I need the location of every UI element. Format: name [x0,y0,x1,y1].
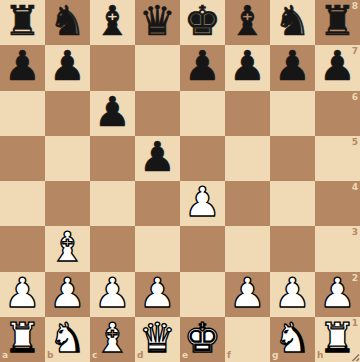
file-label-c: c [92,351,97,360]
square-f4[interactable] [225,181,270,226]
square-h6[interactable]: 6 [315,91,360,136]
square-f1[interactable]: f [225,317,270,362]
square-d8[interactable]: ♛ [135,0,180,45]
white-knight[interactable]: ♞ [49,318,86,359]
white-pawn[interactable]: ♟ [184,182,221,223]
black-pawn[interactable]: ♟ [94,92,131,133]
square-b5[interactable] [45,136,90,181]
square-g5[interactable] [270,136,315,181]
square-e3[interactable] [180,226,225,271]
square-g7[interactable]: ♟ [270,45,315,90]
rank-label-7: 7 [352,47,358,56]
black-queen[interactable]: ♛ [139,1,176,42]
white-pawn[interactable]: ♟ [319,273,356,314]
square-a2[interactable]: ♟ [0,272,45,317]
rank-label-3: 3 [352,228,358,237]
square-a5[interactable] [0,136,45,181]
square-a3[interactable] [0,226,45,271]
square-h8[interactable]: ♜8 [315,0,360,45]
square-h5[interactable]: 5 [315,136,360,181]
black-knight[interactable]: ♞ [274,1,311,42]
square-e5[interactable] [180,136,225,181]
square-f3[interactable] [225,226,270,271]
square-f8[interactable]: ♝ [225,0,270,45]
square-a1[interactable]: ♜a [0,317,45,362]
square-h7[interactable]: ♟7 [315,45,360,90]
square-d3[interactable] [135,226,180,271]
square-b1[interactable]: ♞b [45,317,90,362]
square-a7[interactable]: ♟ [0,45,45,90]
rank-label-4: 4 [352,183,358,192]
file-label-a: a [2,351,8,360]
square-b8[interactable]: ♞ [45,0,90,45]
white-bishop[interactable]: ♝ [49,227,86,268]
square-e8[interactable]: ♚ [180,0,225,45]
white-pawn[interactable]: ♟ [49,273,86,314]
black-rook[interactable]: ♜ [4,1,41,42]
square-e1[interactable]: ♚e [180,317,225,362]
white-pawn[interactable]: ♟ [94,273,131,314]
square-d5[interactable]: ♟ [135,136,180,181]
square-c1[interactable]: ♝c [90,317,135,362]
rank-label-6: 6 [352,93,358,102]
white-pawn[interactable]: ♟ [274,273,311,314]
file-label-g: g [272,351,278,360]
rank-label-5: 5 [352,138,358,147]
square-h2[interactable]: ♟2 [315,272,360,317]
black-pawn[interactable]: ♟ [139,137,176,178]
file-label-e: e [182,351,188,360]
square-g3[interactable] [270,226,315,271]
white-queen[interactable]: ♛ [139,318,176,359]
square-c2[interactable]: ♟ [90,272,135,317]
black-pawn[interactable]: ♟ [319,46,356,87]
black-rook[interactable]: ♜ [319,1,356,42]
square-d2[interactable]: ♟ [135,272,180,317]
square-a4[interactable] [0,181,45,226]
square-g2[interactable]: ♟ [270,272,315,317]
white-bishop[interactable]: ♝ [94,318,131,359]
square-a6[interactable] [0,91,45,136]
black-bishop[interactable]: ♝ [94,1,131,42]
square-c8[interactable]: ♝ [90,0,135,45]
square-e7[interactable]: ♟ [180,45,225,90]
square-c5[interactable] [90,136,135,181]
black-pawn[interactable]: ♟ [184,46,221,87]
file-label-d: d [137,351,143,360]
square-b7[interactable]: ♟ [45,45,90,90]
square-b4[interactable] [45,181,90,226]
file-label-f: f [227,351,231,360]
rank-label-1: 1 [352,319,358,328]
square-g4[interactable] [270,181,315,226]
board-container: ♜♞♝♛♚♝♞♜8♟♟♟♟♟♟7♟6♟5♟4♝3♟♟♟♟♟♟♟2♜a♞b♝c♛d… [0,0,360,362]
white-knight[interactable]: ♞ [274,318,311,359]
black-pawn[interactable]: ♟ [4,46,41,87]
chess-board: ♜♞♝♛♚♝♞♜8♟♟♟♟♟♟7♟6♟5♟4♝3♟♟♟♟♟♟♟2♜a♞b♝c♛d… [0,0,360,362]
square-h4[interactable]: 4 [315,181,360,226]
black-pawn[interactable]: ♟ [229,46,266,87]
white-pawn[interactable]: ♟ [229,273,266,314]
square-b6[interactable] [45,91,90,136]
file-label-h: h [317,351,323,360]
square-d7[interactable] [135,45,180,90]
square-f7[interactable]: ♟ [225,45,270,90]
square-h3[interactable]: 3 [315,226,360,271]
black-pawn[interactable]: ♟ [274,46,311,87]
square-g6[interactable] [270,91,315,136]
square-b3[interactable]: ♝ [45,226,90,271]
square-b2[interactable]: ♟ [45,272,90,317]
square-c6[interactable]: ♟ [90,91,135,136]
square-e6[interactable] [180,91,225,136]
black-bishop[interactable]: ♝ [229,1,266,42]
black-pawn[interactable]: ♟ [49,46,86,87]
square-g1[interactable]: ♞g [270,317,315,362]
rank-label-2: 2 [352,274,358,283]
square-d4[interactable] [135,181,180,226]
square-e4[interactable]: ♟ [180,181,225,226]
file-label-b: b [47,351,53,360]
square-g8[interactable]: ♞ [270,0,315,45]
black-knight[interactable]: ♞ [49,1,86,42]
square-e2[interactable] [180,272,225,317]
white-pawn[interactable]: ♟ [4,273,41,314]
square-f6[interactable] [225,91,270,136]
black-king[interactable]: ♚ [184,1,221,42]
square-a8[interactable]: ♜ [0,0,45,45]
white-pawn[interactable]: ♟ [139,273,176,314]
square-d6[interactable] [135,91,180,136]
square-c4[interactable] [90,181,135,226]
square-c3[interactable] [90,226,135,271]
square-f2[interactable]: ♟ [225,272,270,317]
white-king[interactable]: ♚ [184,318,221,359]
square-f5[interactable] [225,136,270,181]
rank-label-8: 8 [352,2,358,11]
white-rook[interactable]: ♜ [4,318,41,359]
resize-grip-icon[interactable] [349,351,360,362]
square-c7[interactable] [90,45,135,90]
square-d1[interactable]: ♛d [135,317,180,362]
